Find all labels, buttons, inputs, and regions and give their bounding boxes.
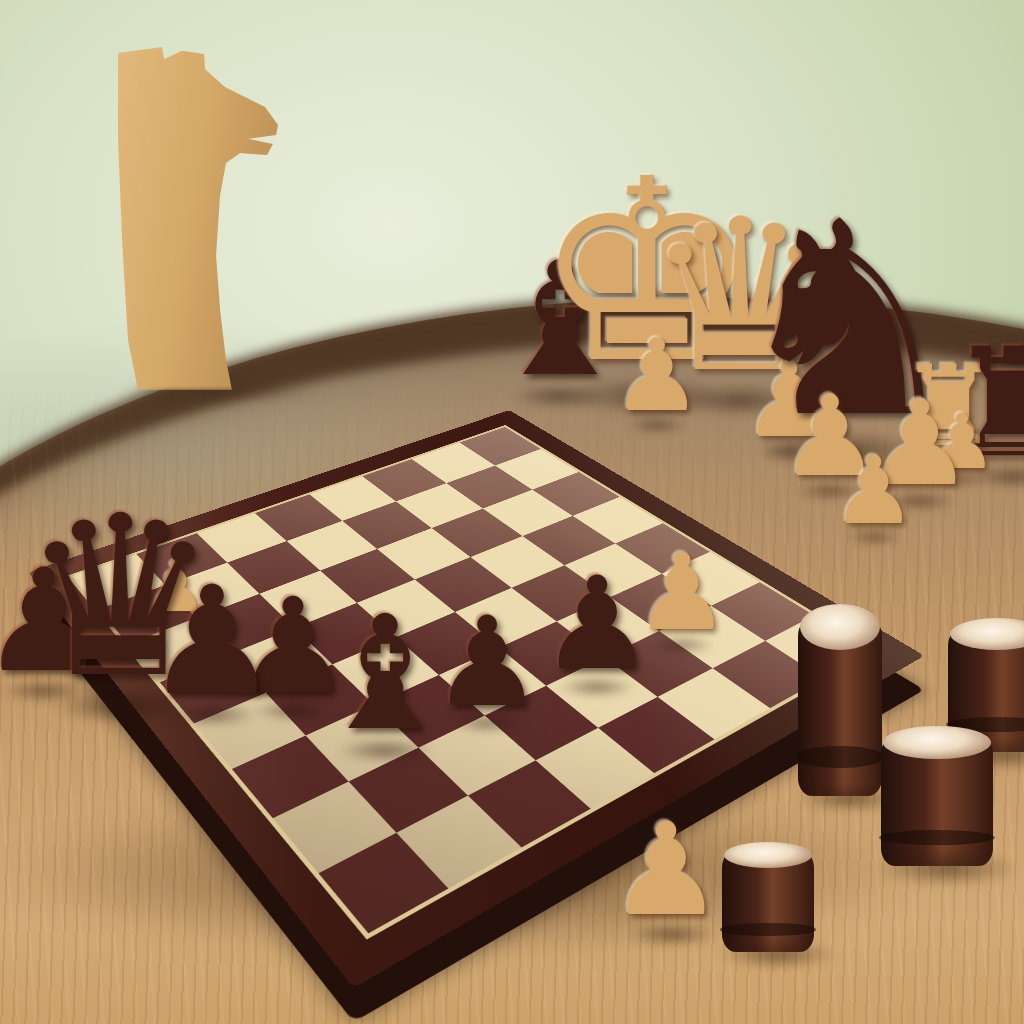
- piece-shadow: [718, 939, 838, 970]
- piece-shadow: [874, 849, 1020, 887]
- piece-light-pawn-e7: ♟: [612, 326, 702, 426]
- off-board-light-pawn: ♟: [609, 806, 724, 934]
- piece-dark-bishop-d1: ♝: [314, 594, 456, 752]
- captured-cylinder-piece-4: [722, 850, 814, 952]
- captured-cylinder-piece-1: [798, 618, 882, 796]
- piece-dark-pawn-c2: ♟: [145, 566, 279, 716]
- chess-photo-scene: ♝♚♛♞♜♜♟♟♟♟♟♟♟♟♟♛♟♟♝♟♟♟: [0, 0, 1024, 1024]
- piece-light-pawn-g6: ♟: [832, 444, 916, 538]
- piece-dark-pawn-e2: ♟: [540, 560, 655, 688]
- captured-cylinder-piece-3: [881, 736, 993, 866]
- piece-shadow: [627, 923, 717, 946]
